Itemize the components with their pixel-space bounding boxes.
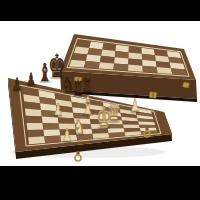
letterbox-bar-bottom (0, 166, 200, 200)
piece-glyph: ♝ (38, 58, 52, 87)
case-square (72, 53, 88, 61)
piece-glyph: ♟ (130, 95, 139, 114)
piece-glyph: ♞ (62, 73, 74, 97)
light-pawn-piece: ♟ (130, 95, 139, 114)
letterbox-bar-top (0, 0, 200, 21)
brass-clasp (149, 92, 157, 99)
case-square (69, 60, 86, 68)
dark-bishop-piece: ♝ (38, 58, 52, 87)
board-square (26, 116, 43, 123)
board-square (28, 136, 45, 144)
board-square (25, 109, 42, 117)
light-king-piece: ♚ (96, 101, 112, 133)
light-knight-piece: ♞ (73, 115, 84, 138)
dark-pawn-piece: ♟ (26, 69, 35, 88)
light-pawn-piece: ♟ (62, 125, 71, 144)
piece-glyph: ♟ (54, 101, 63, 119)
board-square (27, 123, 44, 130)
case-square (114, 57, 128, 64)
piece-glyph: ♞ (73, 115, 84, 138)
dark-knight-piece: ♞ (62, 73, 74, 97)
case-square (84, 61, 100, 69)
board-square (27, 130, 44, 138)
case-square (99, 62, 114, 69)
case-square (74, 47, 89, 55)
brass-hinge (183, 82, 190, 88)
board-square (43, 129, 60, 136)
piece-glyph: ♚ (96, 101, 112, 133)
light-pawn-piece: ♟ (54, 101, 63, 119)
case-square (86, 55, 101, 63)
product-photo-chess-set: ♚♝♟♟♞♜♜♟♝♟♛♚♞♟ (0, 0, 200, 200)
piece-glyph: ♟ (12, 74, 21, 93)
piece-glyph: ♟ (62, 125, 71, 144)
case-square (128, 65, 143, 72)
dark-pawn-piece: ♟ (12, 74, 21, 93)
case-square (113, 63, 128, 70)
piece-glyph: ♟ (26, 69, 35, 88)
board-square (123, 125, 140, 129)
board-square (43, 123, 60, 130)
